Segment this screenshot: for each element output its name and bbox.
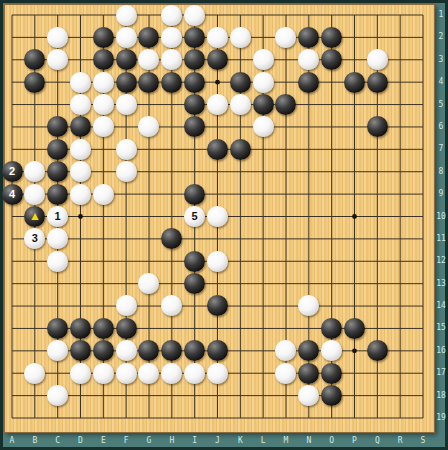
intersection-K3[interactable] [229,49,252,71]
intersection-A2[interactable] [1,26,24,48]
intersection-E1[interactable] [92,4,115,26]
intersection-P8[interactable] [343,160,366,182]
intersection-D4[interactable] [69,71,92,93]
intersection-P13[interactable] [343,272,366,294]
intersection-E5[interactable] [92,93,115,115]
intersection-N17[interactable] [297,362,320,384]
intersection-G8[interactable] [138,160,161,182]
intersection-S10[interactable] [412,205,435,227]
intersection-G14[interactable] [138,295,161,317]
intersection-K2[interactable] [229,26,252,48]
intersection-M16[interactable] [275,339,298,361]
intersection-F13[interactable] [115,272,138,294]
intersection-O7[interactable] [320,138,343,160]
intersection-K13[interactable] [229,272,252,294]
intersection-A19[interactable] [1,407,24,429]
intersection-C14[interactable] [46,295,69,317]
intersection-Q19[interactable] [366,407,389,429]
intersection-F18[interactable] [115,384,138,406]
intersection-D5[interactable] [69,93,92,115]
intersection-P2[interactable] [343,26,366,48]
intersection-K9[interactable] [229,183,252,205]
intersection-M13[interactable] [275,272,298,294]
intersection-L12[interactable] [252,250,275,272]
intersection-A12[interactable] [1,250,24,272]
intersection-J11[interactable] [206,228,229,250]
intersection-B7[interactable] [23,138,46,160]
intersection-A7[interactable] [1,138,24,160]
intersection-H6[interactable] [160,116,183,138]
intersection-G16[interactable] [138,339,161,361]
intersection-O8[interactable] [320,160,343,182]
intersection-E17[interactable] [92,362,115,384]
intersection-P19[interactable] [343,407,366,429]
intersection-R16[interactable] [389,339,412,361]
intersection-M6[interactable] [275,116,298,138]
intersection-B15[interactable] [23,317,46,339]
intersection-O10[interactable] [320,205,343,227]
intersection-A16[interactable] [1,339,24,361]
intersection-R17[interactable] [389,362,412,384]
intersection-Q7[interactable] [366,138,389,160]
intersection-E14[interactable] [92,295,115,317]
intersection-I16[interactable] [183,339,206,361]
intersection-E3[interactable] [92,49,115,71]
intersection-D6[interactable] [69,116,92,138]
intersection-C13[interactable] [46,272,69,294]
intersection-S11[interactable] [412,228,435,250]
intersection-Q3[interactable] [366,49,389,71]
intersection-G18[interactable] [138,384,161,406]
intersection-R18[interactable] [389,384,412,406]
intersection-Q2[interactable] [366,26,389,48]
intersection-P15[interactable] [343,317,366,339]
intersection-E9[interactable] [92,183,115,205]
intersection-D16[interactable] [69,339,92,361]
intersection-S5[interactable] [412,93,435,115]
intersection-I3[interactable] [183,49,206,71]
intersection-J6[interactable] [206,116,229,138]
intersection-F16[interactable] [115,339,138,361]
intersection-S15[interactable] [412,317,435,339]
intersection-B6[interactable] [23,116,46,138]
intersection-J17[interactable] [206,362,229,384]
intersection-F10[interactable] [115,205,138,227]
intersection-P4[interactable] [343,71,366,93]
intersection-Q13[interactable] [366,272,389,294]
intersection-C6[interactable] [46,116,69,138]
intersection-E4[interactable] [92,71,115,93]
intersection-A3[interactable] [1,49,24,71]
intersection-C1[interactable] [46,4,69,26]
intersection-N16[interactable] [297,339,320,361]
intersection-N11[interactable] [297,228,320,250]
intersection-M10[interactable] [275,205,298,227]
intersection-H12[interactable] [160,250,183,272]
intersection-Q14[interactable] [366,295,389,317]
intersection-C10[interactable]: 1 [46,205,69,227]
intersection-D14[interactable] [69,295,92,317]
intersection-S18[interactable] [412,384,435,406]
intersection-H9[interactable] [160,183,183,205]
intersection-F15[interactable] [115,317,138,339]
intersection-B19[interactable] [23,407,46,429]
intersection-I10[interactable]: 5 [183,205,206,227]
intersection-N18[interactable] [297,384,320,406]
intersection-H17[interactable] [160,362,183,384]
intersection-L6[interactable] [252,116,275,138]
intersection-Q12[interactable] [366,250,389,272]
intersection-G4[interactable] [138,71,161,93]
intersection-I6[interactable] [183,116,206,138]
intersection-I19[interactable] [183,407,206,429]
intersection-R12[interactable] [389,250,412,272]
intersection-O18[interactable] [320,384,343,406]
intersection-H11[interactable] [160,228,183,250]
intersection-S4[interactable] [412,71,435,93]
intersection-G7[interactable] [138,138,161,160]
intersection-S2[interactable] [412,26,435,48]
intersection-Q10[interactable] [366,205,389,227]
intersection-C3[interactable] [46,49,69,71]
intersection-E7[interactable] [92,138,115,160]
intersection-A8[interactable]: 2 [1,160,24,182]
intersection-D19[interactable] [69,407,92,429]
intersection-C9[interactable] [46,183,69,205]
intersection-I4[interactable] [183,71,206,93]
intersection-M5[interactable] [275,93,298,115]
intersection-L9[interactable] [252,183,275,205]
intersection-J5[interactable] [206,93,229,115]
intersection-I1[interactable] [183,4,206,26]
intersection-O9[interactable] [320,183,343,205]
intersection-A9[interactable]: 4 [1,183,24,205]
intersection-I11[interactable] [183,228,206,250]
intersection-H19[interactable] [160,407,183,429]
intersection-L8[interactable] [252,160,275,182]
intersection-J19[interactable] [206,407,229,429]
intersection-G11[interactable] [138,228,161,250]
intersection-H4[interactable] [160,71,183,93]
intersection-C4[interactable] [46,71,69,93]
intersection-M11[interactable] [275,228,298,250]
intersection-E19[interactable] [92,407,115,429]
intersection-A11[interactable] [1,228,24,250]
intersection-R13[interactable] [389,272,412,294]
intersection-A5[interactable] [1,93,24,115]
intersection-S6[interactable] [412,116,435,138]
intersection-G13[interactable] [138,272,161,294]
intersection-O1[interactable] [320,4,343,26]
intersection-K11[interactable] [229,228,252,250]
intersection-M19[interactable] [275,407,298,429]
intersection-N9[interactable] [297,183,320,205]
intersection-S7[interactable] [412,138,435,160]
intersection-F8[interactable] [115,160,138,182]
intersection-G1[interactable] [138,4,161,26]
intersection-F17[interactable] [115,362,138,384]
intersection-B11[interactable]: 3 [23,228,46,250]
intersection-K17[interactable] [229,362,252,384]
intersection-I17[interactable] [183,362,206,384]
intersection-M17[interactable] [275,362,298,384]
intersection-A17[interactable] [1,362,24,384]
intersection-Q8[interactable] [366,160,389,182]
intersection-C5[interactable] [46,93,69,115]
intersection-G17[interactable] [138,362,161,384]
intersection-H5[interactable] [160,93,183,115]
intersection-H18[interactable] [160,384,183,406]
intersection-D8[interactable] [69,160,92,182]
intersection-A4[interactable] [1,71,24,93]
intersection-D15[interactable] [69,317,92,339]
intersection-D9[interactable] [69,183,92,205]
intersection-S14[interactable] [412,295,435,317]
intersection-J8[interactable] [206,160,229,182]
intersection-D2[interactable] [69,26,92,48]
intersection-D7[interactable] [69,138,92,160]
intersection-B3[interactable] [23,49,46,71]
intersection-Q17[interactable] [366,362,389,384]
intersection-A14[interactable] [1,295,24,317]
intersection-S16[interactable] [412,339,435,361]
intersection-E6[interactable] [92,116,115,138]
intersection-N7[interactable] [297,138,320,160]
intersection-D11[interactable] [69,228,92,250]
intersection-O14[interactable] [320,295,343,317]
intersection-Q1[interactable] [366,4,389,26]
intersection-A15[interactable] [1,317,24,339]
intersection-S1[interactable] [412,4,435,26]
intersection-S9[interactable] [412,183,435,205]
intersection-R4[interactable] [389,71,412,93]
intersection-I2[interactable] [183,26,206,48]
intersection-K4[interactable] [229,71,252,93]
intersection-H14[interactable] [160,295,183,317]
intersection-C11[interactable] [46,228,69,250]
intersection-S17[interactable] [412,362,435,384]
intersection-B16[interactable] [23,339,46,361]
intersection-F9[interactable] [115,183,138,205]
intersection-F12[interactable] [115,250,138,272]
intersection-R6[interactable] [389,116,412,138]
intersection-M4[interactable] [275,71,298,93]
intersection-M2[interactable] [275,26,298,48]
intersection-N5[interactable] [297,93,320,115]
intersection-D12[interactable] [69,250,92,272]
intersection-C2[interactable] [46,26,69,48]
intersection-N2[interactable] [297,26,320,48]
intersection-R7[interactable] [389,138,412,160]
intersection-J18[interactable] [206,384,229,406]
intersection-N1[interactable] [297,4,320,26]
intersection-K8[interactable] [229,160,252,182]
intersection-I14[interactable] [183,295,206,317]
intersection-N4[interactable] [297,71,320,93]
intersection-I18[interactable] [183,384,206,406]
intersection-O3[interactable] [320,49,343,71]
intersection-K12[interactable] [229,250,252,272]
intersection-K6[interactable] [229,116,252,138]
intersection-D18[interactable] [69,384,92,406]
intersection-J13[interactable] [206,272,229,294]
intersection-M3[interactable] [275,49,298,71]
intersection-J7[interactable] [206,138,229,160]
intersection-I8[interactable] [183,160,206,182]
intersection-D13[interactable] [69,272,92,294]
intersection-D17[interactable] [69,362,92,384]
intersection-M14[interactable] [275,295,298,317]
intersection-L4[interactable] [252,71,275,93]
intersection-G5[interactable] [138,93,161,115]
intersection-E13[interactable] [92,272,115,294]
intersection-C12[interactable] [46,250,69,272]
intersection-I12[interactable] [183,250,206,272]
intersection-B4[interactable] [23,71,46,93]
intersection-F7[interactable] [115,138,138,160]
intersection-C8[interactable] [46,160,69,182]
intersection-B1[interactable] [23,4,46,26]
intersection-S19[interactable] [412,407,435,429]
intersection-A1[interactable] [1,4,24,26]
intersection-B17[interactable] [23,362,46,384]
intersection-O11[interactable] [320,228,343,250]
intersection-L16[interactable] [252,339,275,361]
intersection-J10[interactable] [206,205,229,227]
intersection-O19[interactable] [320,407,343,429]
intersection-E18[interactable] [92,384,115,406]
intersection-E12[interactable] [92,250,115,272]
intersection-N10[interactable] [297,205,320,227]
intersection-M9[interactable] [275,183,298,205]
intersection-N19[interactable] [297,407,320,429]
intersection-P7[interactable] [343,138,366,160]
intersection-C19[interactable] [46,407,69,429]
intersection-G10[interactable] [138,205,161,227]
intersection-H15[interactable] [160,317,183,339]
intersection-E15[interactable] [92,317,115,339]
intersection-F1[interactable] [115,4,138,26]
intersection-C17[interactable] [46,362,69,384]
intersection-B12[interactable] [23,250,46,272]
intersection-L7[interactable] [252,138,275,160]
intersection-C15[interactable] [46,317,69,339]
intersection-N12[interactable] [297,250,320,272]
intersection-G19[interactable] [138,407,161,429]
intersection-P16[interactable] [343,339,366,361]
intersection-K15[interactable] [229,317,252,339]
intersection-N6[interactable] [297,116,320,138]
intersection-F19[interactable] [115,407,138,429]
intersection-G12[interactable] [138,250,161,272]
intersection-K7[interactable] [229,138,252,160]
intersection-C18[interactable] [46,384,69,406]
intersection-K18[interactable] [229,384,252,406]
intersection-I7[interactable] [183,138,206,160]
intersection-B18[interactable] [23,384,46,406]
intersection-S12[interactable] [412,250,435,272]
intersection-O15[interactable] [320,317,343,339]
intersection-H13[interactable] [160,272,183,294]
intersection-P1[interactable] [343,4,366,26]
intersection-O6[interactable] [320,116,343,138]
intersection-J3[interactable] [206,49,229,71]
intersection-G15[interactable] [138,317,161,339]
intersection-O13[interactable] [320,272,343,294]
intersection-L3[interactable] [252,49,275,71]
intersection-L10[interactable] [252,205,275,227]
intersection-L15[interactable] [252,317,275,339]
intersection-B14[interactable] [23,295,46,317]
intersection-Q5[interactable] [366,93,389,115]
intersection-E11[interactable] [92,228,115,250]
intersection-J14[interactable] [206,295,229,317]
intersection-S3[interactable] [412,49,435,71]
intersection-R19[interactable] [389,407,412,429]
intersection-B8[interactable] [23,160,46,182]
intersection-R14[interactable] [389,295,412,317]
intersection-P17[interactable] [343,362,366,384]
intersection-P11[interactable] [343,228,366,250]
intersection-K5[interactable] [229,93,252,115]
intersection-H2[interactable] [160,26,183,48]
intersection-H10[interactable] [160,205,183,227]
intersection-A18[interactable] [1,384,24,406]
intersection-M18[interactable] [275,384,298,406]
intersection-J12[interactable] [206,250,229,272]
intersection-O5[interactable] [320,93,343,115]
intersection-P9[interactable] [343,183,366,205]
intersection-M12[interactable] [275,250,298,272]
intersection-L1[interactable] [252,4,275,26]
intersection-R9[interactable] [389,183,412,205]
intersection-O16[interactable] [320,339,343,361]
intersection-I13[interactable] [183,272,206,294]
intersection-R8[interactable] [389,160,412,182]
intersection-E10[interactable] [92,205,115,227]
intersection-R1[interactable] [389,4,412,26]
intersection-F14[interactable] [115,295,138,317]
intersection-J16[interactable] [206,339,229,361]
intersection-Q4[interactable] [366,71,389,93]
intersection-H7[interactable] [160,138,183,160]
intersection-I5[interactable] [183,93,206,115]
intersection-L18[interactable] [252,384,275,406]
intersection-O4[interactable] [320,71,343,93]
intersection-L2[interactable] [252,26,275,48]
intersection-N13[interactable] [297,272,320,294]
intersection-B5[interactable] [23,93,46,115]
intersection-J2[interactable] [206,26,229,48]
intersection-I9[interactable] [183,183,206,205]
intersection-P6[interactable] [343,116,366,138]
intersection-N14[interactable] [297,295,320,317]
intersection-H16[interactable] [160,339,183,361]
intersection-R3[interactable] [389,49,412,71]
intersection-Q9[interactable] [366,183,389,205]
intersection-D10[interactable] [69,205,92,227]
intersection-M15[interactable] [275,317,298,339]
intersection-B13[interactable] [23,272,46,294]
intersection-P14[interactable] [343,295,366,317]
intersection-R5[interactable] [389,93,412,115]
intersection-H1[interactable] [160,4,183,26]
intersection-P10[interactable] [343,205,366,227]
intersection-F5[interactable] [115,93,138,115]
intersection-O12[interactable] [320,250,343,272]
intersection-P12[interactable] [343,250,366,272]
intersection-S13[interactable] [412,272,435,294]
